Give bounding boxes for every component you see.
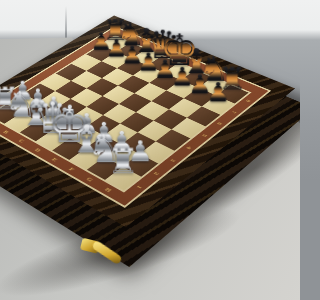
photo-background: { "game": "chess", "scene": { "descripti…	[0, 0, 300, 300]
square-g5[interactable]	[154, 109, 187, 129]
file-label-h: H	[94, 181, 122, 199]
rank-label-6: 6	[206, 116, 233, 131]
rank-label-1: 1	[125, 178, 153, 196]
square-h5[interactable]	[172, 118, 206, 139]
chess-box: ABCDEFGH 87654321 ♜♞♝♛♚♝♞♜♟♟♟♟♟♟♟♟♟♟♟♟♟♟…	[0, 15, 295, 227]
piece-black-pawn[interactable]: ♟	[190, 79, 247, 105]
rank-label-7: 7	[221, 105, 247, 119]
rank-label-5: 5	[191, 128, 218, 143]
square-h6[interactable]	[187, 106, 220, 126]
piece-white-rook[interactable]: ♜	[92, 144, 155, 179]
square-f5[interactable]	[136, 101, 169, 120]
rank-label-4: 4	[175, 140, 202, 156]
chess-scene: ABCDEFGH 87654321 ♜♞♝♛♚♝♞♜♟♟♟♟♟♟♟♟♟♟♟♟♟♟…	[0, 0, 300, 300]
